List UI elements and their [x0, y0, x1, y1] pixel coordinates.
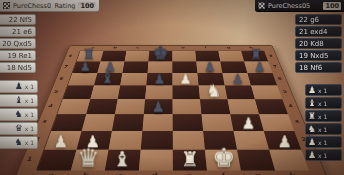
square-c6[interactable]	[120, 73, 147, 86]
square-g4[interactable]	[227, 99, 259, 114]
black-captured-item: ♞x 1	[305, 123, 342, 135]
coord-label-f: f	[194, 46, 217, 49]
piece-white-queen-b1[interactable]: ♛	[71, 146, 105, 171]
square-e3[interactable]	[173, 114, 203, 131]
square-e4[interactable]	[173, 99, 202, 114]
captured-rook-icon: ♜	[308, 112, 316, 121]
captured-knight-icon: ♞	[308, 125, 316, 134]
square-c7[interactable]	[122, 62, 148, 73]
square-a6[interactable]	[68, 73, 98, 86]
white-captured-item: ♞x 1	[0, 108, 38, 121]
coord-label-b: b	[103, 46, 126, 49]
square-d4[interactable]: ♟	[144, 99, 173, 114]
captured-count: x 1	[25, 139, 34, 146]
white-move-item[interactable]: 19 Re1	[0, 50, 36, 61]
coord-label-4: 4	[45, 99, 55, 114]
white-captured-item: ♝x 1	[0, 94, 38, 107]
coord-label-1: 1	[22, 149, 36, 170]
captured-count: x 1	[318, 126, 327, 133]
black-captured-item: ♝x 1	[305, 97, 342, 109]
coord-label-h: h	[275, 172, 311, 175]
captured-count: x 1	[318, 87, 327, 94]
black-captured-tray: ♟x 1♝x 1♜x 1♞x 1♟x 1♟x 1	[305, 84, 342, 162]
piece-white-rook-e1[interactable]: ♜	[173, 150, 207, 170]
black-rating-badge: 100	[323, 2, 341, 10]
square-b6[interactable]: ♝	[94, 73, 122, 86]
square-b4[interactable]	[86, 99, 118, 114]
white-player-header: PureChess05 Rating 100	[0, 0, 99, 12]
piece-white-bishop-c1[interactable]: ♝	[105, 149, 139, 170]
square-e5[interactable]	[172, 85, 200, 99]
captured-pawn-icon: ♟	[15, 82, 23, 91]
black-player-header: PureChess05 100	[255, 0, 344, 12]
white-captured-tray: ♟x 1♝x 1♞x 1♛x 1♞x 1	[0, 80, 39, 150]
square-a4[interactable]	[57, 99, 90, 114]
coord-label-5: 5	[51, 85, 61, 99]
black-move-list: 22 g621 exd420 Kd819 Nxd518 Nf6	[295, 14, 342, 74]
square-c3[interactable]	[112, 114, 144, 131]
coord-label-7: 7	[62, 61, 70, 72]
captured-count: x 1	[25, 111, 34, 118]
square-h3[interactable]	[259, 114, 294, 131]
coord-label-6: 6	[57, 73, 66, 85]
captured-count: x 1	[25, 125, 34, 132]
black-move-item[interactable]: 22 g6	[295, 14, 342, 25]
square-e8[interactable]	[172, 51, 196, 62]
white-captured-item: ♞x 1	[0, 136, 38, 149]
captured-count: x 1	[318, 152, 327, 159]
square-c5[interactable]	[118, 85, 147, 99]
black-captured-item: ♟x 1	[305, 136, 342, 148]
piece-black-pawn-h7[interactable]: ♟	[247, 60, 272, 73]
coord-label-d: d	[137, 172, 172, 175]
piece-white-king-f1[interactable]: ♚	[207, 145, 241, 171]
square-g3[interactable]: ♟	[230, 114, 264, 131]
file-coordinates-bottom: abcdefgh	[33, 172, 311, 175]
piece-white-pawn-g3[interactable]: ♟	[233, 116, 263, 132]
piece-black-bishop-b6[interactable]: ♝	[94, 69, 120, 85]
square-c8[interactable]	[124, 51, 149, 62]
coord-label-f: f	[206, 172, 241, 175]
coord-label-c: c	[102, 172, 137, 175]
square-d8[interactable]: ♚	[148, 51, 172, 62]
black-move-item[interactable]: 18 Nf6	[295, 62, 342, 73]
captured-count: x 1	[25, 83, 34, 90]
black-captured-item: ♟x 1	[305, 149, 342, 161]
white-move-item[interactable]: 22 Nf5	[0, 14, 36, 25]
captured-queen-icon: ♛	[15, 124, 23, 133]
captured-knight-icon: ♞	[15, 138, 23, 147]
square-f5[interactable]: ♞	[199, 85, 228, 99]
captured-pawn-icon: ♟	[308, 151, 316, 160]
white-rating-label: Rating	[54, 2, 75, 10]
square-g5[interactable]	[225, 85, 255, 99]
piece-black-pawn-f7[interactable]: ♟	[197, 60, 222, 73]
piece-black-pawn-d6[interactable]: ♟	[146, 72, 172, 85]
square-b5[interactable]	[90, 85, 120, 99]
square-b1[interactable]: ♛	[71, 150, 109, 171]
square-c4[interactable]	[115, 99, 145, 114]
square-d1[interactable]	[139, 150, 173, 171]
square-b3[interactable]	[82, 114, 115, 131]
coord-label-7: 7	[271, 61, 279, 72]
white-captured-item: ♛x 1	[0, 122, 38, 135]
captured-bishop-icon: ♝	[308, 99, 316, 108]
coord-label-g: g	[240, 172, 276, 175]
piece-black-pawn-g6[interactable]: ♟	[225, 72, 251, 85]
square-d2[interactable]	[141, 131, 173, 150]
black-move-item[interactable]: 20 Kd8	[295, 38, 342, 49]
square-f1[interactable]: ♚	[205, 150, 241, 171]
square-e6[interactable]: ♟	[172, 73, 198, 86]
captured-count: x 1	[318, 139, 327, 146]
black-move-item[interactable]: 21 exd4	[295, 26, 342, 37]
square-h1[interactable]	[269, 150, 309, 171]
square-d6[interactable]: ♟	[146, 73, 172, 86]
captured-count: x 1	[318, 113, 327, 120]
coord-label-6: 6	[275, 73, 284, 85]
white-captured-item: ♟x 1	[0, 80, 38, 93]
black-player-flag-icon	[258, 2, 265, 9]
square-f7[interactable]: ♟	[196, 62, 222, 73]
coord-label-e: e	[172, 172, 207, 175]
square-h5[interactable]	[251, 85, 282, 99]
black-captured-item: ♟x 1	[305, 84, 342, 96]
white-move-item[interactable]: 18 Nd5	[0, 62, 36, 73]
square-h2[interactable]: ♟	[264, 131, 301, 150]
square-f3[interactable]	[201, 114, 233, 131]
piece-white-pawn-h2[interactable]: ♟	[269, 133, 301, 149]
chess-board: abcdefgh abcdefgh 87654321 87654321 ♜♚♜♟…	[13, 45, 329, 175]
square-e2[interactable]	[173, 131, 205, 150]
square-f4[interactable]	[200, 99, 230, 114]
captured-count: x 1	[25, 97, 34, 104]
board-scene: abcdefgh abcdefgh 87654321 87654321 ♜♚♜♟…	[0, 0, 344, 175]
captured-knight-icon: ♞	[15, 110, 23, 119]
piece-black-pawn-d4[interactable]: ♟	[144, 100, 173, 115]
board-grid: ♜♚♜♟♟♟♟♝♟♟♟♞♟♟♟♟♟♛♝♜♚	[36, 51, 308, 170]
white-move-item[interactable]: 21 e6	[0, 26, 36, 37]
coord-label-e: e	[172, 46, 195, 49]
captured-pawn-icon: ♟	[308, 86, 316, 95]
white-move-item[interactable]: 20 Qxd5	[0, 38, 36, 49]
captured-count: x 1	[318, 100, 327, 107]
piece-black-king-d8[interactable]: ♚	[149, 44, 173, 62]
white-move-list: 22 Nf521 e620 Qxd519 Re118 Nd5	[0, 14, 37, 74]
white-player-flag-icon	[3, 2, 10, 9]
white-player-name: PureChess05	[13, 2, 51, 10]
piece-white-pawn-e6[interactable]: ♟	[172, 72, 198, 85]
square-a5[interactable]	[63, 85, 94, 99]
coord-label-g: g	[217, 46, 240, 49]
black-captured-item: ♜x 1	[305, 110, 342, 122]
piece-white-knight-f5[interactable]: ♞	[200, 82, 227, 99]
coord-label-c: c	[126, 46, 149, 49]
square-g1[interactable]	[237, 150, 275, 171]
coord-label-3: 3	[38, 114, 49, 131]
square-h6[interactable]	[247, 73, 277, 86]
black-player-name: PureChess05	[268, 2, 320, 10]
black-move-item[interactable]: 19 Nxd5	[295, 50, 342, 61]
square-a3[interactable]	[51, 114, 86, 131]
captured-bishop-icon: ♝	[15, 96, 23, 105]
square-d3[interactable]	[142, 114, 172, 131]
coord-label-4: 4	[286, 99, 296, 114]
coord-label-a: a	[33, 172, 69, 175]
coord-label-b: b	[68, 172, 104, 175]
coord-label-5: 5	[280, 85, 290, 99]
square-c1[interactable]: ♝	[105, 150, 141, 171]
chess-game-screen: abcdefgh abcdefgh 87654321 87654321 ♜♚♜♟…	[0, 0, 344, 175]
square-e1[interactable]: ♜	[173, 150, 207, 171]
square-h4[interactable]	[255, 99, 288, 114]
captured-pawn-icon: ♟	[308, 138, 316, 147]
white-rating-badge: 100	[78, 2, 96, 10]
